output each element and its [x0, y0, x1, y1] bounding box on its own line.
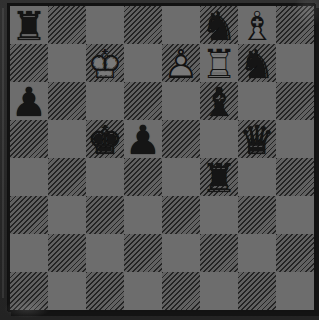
square-b2[interactable]: [48, 234, 86, 272]
square-g1[interactable]: [238, 272, 276, 310]
square-a4[interactable]: [10, 158, 48, 196]
square-h1[interactable]: [276, 272, 314, 310]
square-a1[interactable]: [10, 272, 48, 310]
square-c1[interactable]: [86, 272, 124, 310]
bishop-glyph: ♗: [238, 6, 276, 44]
square-c8[interactable]: [86, 6, 124, 44]
piece-white-pawn-e7[interactable]: ♟♙: [162, 44, 200, 82]
square-g2[interactable]: [238, 234, 276, 272]
square-d5[interactable]: ♟: [124, 120, 162, 158]
square-c7[interactable]: ♚♔: [86, 44, 124, 82]
piece-black-bishop-f6[interactable]: ♝: [200, 82, 238, 120]
square-h6[interactable]: [276, 82, 314, 120]
square-c2[interactable]: [86, 234, 124, 272]
square-h2[interactable]: [276, 234, 314, 272]
square-b8[interactable]: [48, 6, 86, 44]
square-e2[interactable]: [162, 234, 200, 272]
king-glyph: ♔: [86, 44, 124, 82]
rook-glyph: ♖: [200, 44, 238, 82]
piece-black-queen-g5[interactable]: ♛: [238, 120, 276, 158]
square-h3[interactable]: [276, 196, 314, 234]
piece-black-pawn-d5[interactable]: ♟: [124, 120, 162, 158]
square-d3[interactable]: [124, 196, 162, 234]
scan-edge-artifact: [2, 8, 4, 298]
square-c3[interactable]: [86, 196, 124, 234]
pawn-glyph: ♟: [10, 82, 48, 120]
square-e6[interactable]: [162, 82, 200, 120]
square-c4[interactable]: [86, 158, 124, 196]
square-e4[interactable]: [162, 158, 200, 196]
square-f8[interactable]: ♞: [200, 6, 238, 44]
piece-white-bishop-g8[interactable]: ♝♗: [238, 6, 276, 44]
square-c6[interactable]: [86, 82, 124, 120]
square-b4[interactable]: [48, 158, 86, 196]
square-b6[interactable]: [48, 82, 86, 120]
square-g8[interactable]: ♝♗: [238, 6, 276, 44]
piece-black-pawn-a6[interactable]: ♟: [10, 82, 48, 120]
square-b5[interactable]: [48, 120, 86, 158]
king-glyph: ♚: [86, 120, 124, 158]
square-f7[interactable]: ♜♖: [200, 44, 238, 82]
square-b1[interactable]: [48, 272, 86, 310]
square-f4[interactable]: ♜: [200, 158, 238, 196]
square-f2[interactable]: [200, 234, 238, 272]
square-h4[interactable]: [276, 158, 314, 196]
piece-black-rook-f4[interactable]: ♜: [200, 158, 238, 196]
rook-glyph: ♜: [10, 6, 48, 44]
square-b3[interactable]: [48, 196, 86, 234]
square-g6[interactable]: [238, 82, 276, 120]
square-d8[interactable]: [124, 6, 162, 44]
square-a6[interactable]: ♟: [10, 82, 48, 120]
rook-glyph: ♜: [200, 158, 238, 196]
square-e8[interactable]: [162, 6, 200, 44]
square-a7[interactable]: [10, 44, 48, 82]
piece-black-rook-a8[interactable]: ♜: [10, 6, 48, 44]
square-e5[interactable]: [162, 120, 200, 158]
square-a5[interactable]: [10, 120, 48, 158]
square-g7[interactable]: ♞: [238, 44, 276, 82]
square-c5[interactable]: ♚: [86, 120, 124, 158]
square-f1[interactable]: [200, 272, 238, 310]
piece-black-king-c5[interactable]: ♚: [86, 120, 124, 158]
square-e3[interactable]: [162, 196, 200, 234]
square-g3[interactable]: [238, 196, 276, 234]
square-b7[interactable]: [48, 44, 86, 82]
square-g4[interactable]: [238, 158, 276, 196]
square-a2[interactable]: [10, 234, 48, 272]
square-h7[interactable]: [276, 44, 314, 82]
knight-glyph: ♞: [200, 6, 238, 44]
square-e7[interactable]: ♟♙: [162, 44, 200, 82]
square-e1[interactable]: [162, 272, 200, 310]
square-f3[interactable]: [200, 196, 238, 234]
square-d7[interactable]: [124, 44, 162, 82]
chess-board: ♜♞♝♗♚♔♟♙♜♖♞♟♝♚♟♛♜: [8, 4, 316, 312]
square-f5[interactable]: [200, 120, 238, 158]
bishop-glyph: ♝: [200, 82, 238, 120]
queen-glyph: ♛: [238, 120, 276, 158]
square-f6[interactable]: ♝: [200, 82, 238, 120]
pawn-glyph: ♟: [124, 120, 162, 158]
square-d2[interactable]: [124, 234, 162, 272]
piece-white-rook-f7[interactable]: ♜♖: [200, 44, 238, 82]
pawn-glyph: ♙: [162, 44, 200, 82]
square-d4[interactable]: [124, 158, 162, 196]
piece-black-knight-f8[interactable]: ♞: [200, 6, 238, 44]
square-h8[interactable]: [276, 6, 314, 44]
square-a8[interactable]: ♜: [10, 6, 48, 44]
square-a3[interactable]: [10, 196, 48, 234]
square-g5[interactable]: ♛: [238, 120, 276, 158]
piece-black-knight-g7[interactable]: ♞: [238, 44, 276, 82]
square-d1[interactable]: [124, 272, 162, 310]
piece-white-king-c7[interactable]: ♚♔: [86, 44, 124, 82]
square-d6[interactable]: [124, 82, 162, 120]
knight-glyph: ♞: [238, 44, 276, 82]
square-h5[interactable]: [276, 120, 314, 158]
